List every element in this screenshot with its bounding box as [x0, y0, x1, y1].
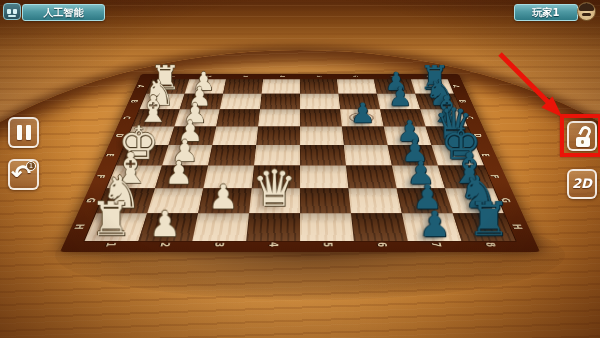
square-c6[interactable]: ♟: [340, 109, 384, 126]
undo-count-badge: 1: [26, 161, 36, 171]
square-h4[interactable]: [246, 213, 300, 241]
pause-icon: [10, 119, 37, 146]
square-h2[interactable]: ♟: [138, 213, 198, 241]
square-b4[interactable]: [260, 94, 300, 110]
robot-icon: [3, 3, 21, 20]
view-2d-button[interactable]: 2D: [567, 169, 597, 199]
piece-g3[interactable]: ♟: [198, 181, 249, 214]
coord-bottom-6: 6: [375, 242, 391, 247]
coord-bottom-5: 5: [321, 242, 336, 247]
coord-bottom-4: 4: [266, 242, 281, 247]
coord-bottom-1: 1: [103, 242, 120, 247]
square-h6[interactable]: [351, 213, 408, 241]
piece-g4[interactable]: ♛: [249, 164, 300, 214]
square-d4[interactable]: [256, 126, 300, 145]
square-d5[interactable]: [300, 126, 344, 145]
square-c4[interactable]: [258, 109, 300, 126]
square-c3[interactable]: [216, 109, 260, 126]
square-a3[interactable]: [223, 79, 263, 93]
square-h8[interactable]: ♜: [453, 213, 516, 241]
square-b5[interactable]: [300, 94, 340, 110]
square-h3[interactable]: [192, 213, 249, 241]
coord-top-4: 4: [279, 75, 286, 77]
square-e6[interactable]: [344, 145, 392, 165]
square-h7[interactable]: ♟: [402, 213, 462, 241]
ai-player-badge: 人工智能: [22, 4, 105, 21]
piece-h1[interactable]: ♜: [84, 195, 138, 242]
game-screen: ♜♟♟♜♞♟♟♞♝♟♟♝♟♟♛♚♟♟♚♝♟♟♝♞♟♛♟♞♜♟♟♜ 1234567…: [0, 0, 600, 338]
coord-top-5: 5: [315, 75, 322, 77]
square-d6[interactable]: [342, 126, 388, 145]
chess-board[interactable]: ♜♟♟♜♞♟♟♞♝♟♟♝♟♟♛♚♟♟♚♝♟♟♝♞♟♛♟♞♜♟♟♜: [85, 79, 516, 241]
pause-button[interactable]: [8, 117, 39, 148]
square-f5[interactable]: [300, 166, 348, 189]
chess-board-frame: ♜♟♟♜♞♟♟♞♝♟♟♝♟♟♛♚♟♟♚♝♟♟♝♞♟♛♟♞♜♟♟♜ 1234567…: [60, 74, 540, 252]
coord-top-6: 6: [352, 75, 359, 77]
piece-f2[interactable]: ♟: [155, 157, 203, 189]
coord-bottom-7: 7: [429, 242, 445, 247]
piece-h7[interactable]: ♟: [408, 207, 462, 242]
square-g3[interactable]: ♟: [198, 188, 252, 213]
square-e5[interactable]: [300, 145, 346, 165]
piece-h8[interactable]: ♜: [462, 195, 516, 242]
square-a4[interactable]: [262, 79, 300, 93]
square-g4[interactable]: ♛: [249, 188, 300, 213]
piece-h2[interactable]: ♟: [138, 207, 192, 242]
square-a5[interactable]: [300, 79, 338, 93]
undo-button[interactable]: ↶ 1: [8, 159, 39, 190]
coord-bottom-2: 2: [157, 242, 173, 247]
tutorial-highlight-box: [560, 114, 600, 157]
piece-b7[interactable]: ♟: [380, 84, 420, 110]
square-g6[interactable]: [348, 188, 402, 213]
coord-bottom-3: 3: [212, 242, 228, 247]
square-a6[interactable]: [337, 79, 377, 93]
square-c5[interactable]: [300, 109, 342, 126]
square-b3[interactable]: [220, 94, 262, 110]
piece-c6[interactable]: ♟: [342, 100, 384, 127]
player-avatar: [577, 2, 596, 21]
square-f6[interactable]: [346, 166, 397, 189]
square-d3[interactable]: [212, 126, 258, 145]
square-e3[interactable]: [208, 145, 256, 165]
coord-top-3: 3: [242, 75, 249, 77]
square-h5[interactable]: [300, 213, 354, 241]
coord-bottom-8: 8: [483, 242, 500, 247]
square-g5[interactable]: [300, 188, 351, 213]
human-player-badge: 玩家1: [514, 4, 578, 21]
